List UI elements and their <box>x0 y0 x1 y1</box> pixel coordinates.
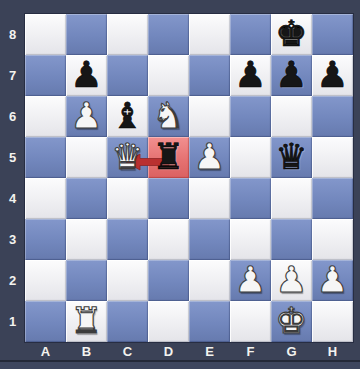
square-g2[interactable]: ♟ <box>271 260 312 301</box>
black-pawn[interactable]: ♟ <box>312 55 353 96</box>
square-d8[interactable] <box>148 14 189 55</box>
square-c2[interactable] <box>107 260 148 301</box>
square-e6[interactable] <box>189 96 230 137</box>
square-d1[interactable] <box>148 301 189 342</box>
square-c7[interactable] <box>107 55 148 96</box>
square-h4[interactable] <box>312 178 353 219</box>
black-king[interactable]: ♚ <box>271 14 312 55</box>
square-f6[interactable] <box>230 96 271 137</box>
square-b1[interactable]: ♜ <box>66 301 107 342</box>
rank-label-5: 5 <box>0 137 25 178</box>
square-g7[interactable]: ♟ <box>271 55 312 96</box>
square-b6[interactable]: ♟ <box>66 96 107 137</box>
square-a4[interactable] <box>25 178 66 219</box>
rank-label-7: 7 <box>0 55 25 96</box>
white-queen[interactable]: ♛ <box>107 137 148 178</box>
rank-label-2: 2 <box>0 260 25 301</box>
white-pawn[interactable]: ♟ <box>271 260 312 301</box>
rank-label-3: 3 <box>0 219 25 260</box>
square-f2[interactable]: ♟ <box>230 260 271 301</box>
square-h3[interactable] <box>312 219 353 260</box>
black-bishop[interactable]: ♝ <box>107 96 148 137</box>
rank-label-1: 1 <box>0 301 25 342</box>
rank-label-6: 6 <box>0 96 25 137</box>
square-h7[interactable]: ♟ <box>312 55 353 96</box>
square-e1[interactable] <box>189 301 230 342</box>
square-c8[interactable] <box>107 14 148 55</box>
square-d2[interactable] <box>148 260 189 301</box>
square-b2[interactable] <box>66 260 107 301</box>
file-label-c: C <box>107 343 148 360</box>
black-pawn[interactable]: ♟ <box>230 55 271 96</box>
white-king[interactable]: ♚ <box>271 301 312 342</box>
black-queen[interactable]: ♛ <box>271 137 312 178</box>
square-d4[interactable] <box>148 178 189 219</box>
square-c6[interactable]: ♝ <box>107 96 148 137</box>
file-label-h: H <box>312 343 353 360</box>
square-a3[interactable] <box>25 219 66 260</box>
file-label-e: E <box>189 343 230 360</box>
rank-label-4: 4 <box>0 178 25 219</box>
square-e2[interactable] <box>189 260 230 301</box>
square-f8[interactable] <box>230 14 271 55</box>
square-g6[interactable] <box>271 96 312 137</box>
square-g4[interactable] <box>271 178 312 219</box>
square-a1[interactable] <box>25 301 66 342</box>
white-pawn[interactable]: ♟ <box>230 260 271 301</box>
square-h2[interactable]: ♟ <box>312 260 353 301</box>
square-b4[interactable] <box>66 178 107 219</box>
rank-label-8: 8 <box>0 14 25 55</box>
square-b8[interactable] <box>66 14 107 55</box>
square-e7[interactable] <box>189 55 230 96</box>
square-f7[interactable]: ♟ <box>230 55 271 96</box>
file-label-a: A <box>25 343 66 360</box>
black-pawn[interactable]: ♟ <box>66 55 107 96</box>
square-g5[interactable]: ♛ <box>271 137 312 178</box>
file-labels: A B C D E F G H <box>25 343 353 360</box>
file-label-b: B <box>66 343 107 360</box>
square-g3[interactable] <box>271 219 312 260</box>
file-label-g: G <box>271 343 312 360</box>
square-h6[interactable] <box>312 96 353 137</box>
file-label-d: D <box>148 343 189 360</box>
square-e8[interactable] <box>189 14 230 55</box>
square-h5[interactable] <box>312 137 353 178</box>
chess-board[interactable]: ♚♟♟♟♟♟♝♞♛♜♟♛♟♟♟♜♚ <box>25 14 353 342</box>
square-c5[interactable]: ♛ <box>107 137 148 178</box>
square-c4[interactable] <box>107 178 148 219</box>
white-pawn[interactable]: ♟ <box>189 137 230 178</box>
square-h8[interactable] <box>312 14 353 55</box>
white-knight[interactable]: ♞ <box>148 96 189 137</box>
square-d5[interactable]: ♜ <box>148 137 189 178</box>
square-g1[interactable]: ♚ <box>271 301 312 342</box>
bottom-strip <box>0 362 360 369</box>
square-e5[interactable]: ♟ <box>189 137 230 178</box>
square-e3[interactable] <box>189 219 230 260</box>
rank-labels: 8 7 6 5 4 3 2 1 <box>0 14 25 342</box>
square-c3[interactable] <box>107 219 148 260</box>
black-pawn[interactable]: ♟ <box>271 55 312 96</box>
chess-app-window: 8 7 6 5 4 3 2 1 ♚♟♟♟♟♟♝♞♛♜♟♛♟♟♟♜♚ A B C … <box>0 0 360 369</box>
square-a6[interactable] <box>25 96 66 137</box>
square-d7[interactable] <box>148 55 189 96</box>
square-b3[interactable] <box>66 219 107 260</box>
square-g8[interactable]: ♚ <box>271 14 312 55</box>
square-h1[interactable] <box>312 301 353 342</box>
square-c1[interactable] <box>107 301 148 342</box>
square-d6[interactable]: ♞ <box>148 96 189 137</box>
square-d3[interactable] <box>148 219 189 260</box>
square-f3[interactable] <box>230 219 271 260</box>
file-label-f: F <box>230 343 271 360</box>
square-a5[interactable] <box>25 137 66 178</box>
square-a2[interactable] <box>25 260 66 301</box>
square-b5[interactable] <box>66 137 107 178</box>
square-a7[interactable] <box>25 55 66 96</box>
black-rook[interactable]: ♜ <box>148 137 189 178</box>
square-a8[interactable] <box>25 14 66 55</box>
white-rook[interactable]: ♜ <box>66 301 107 342</box>
square-b7[interactable]: ♟ <box>66 55 107 96</box>
square-f5[interactable] <box>230 137 271 178</box>
square-f4[interactable] <box>230 178 271 219</box>
white-pawn[interactable]: ♟ <box>66 96 107 137</box>
white-pawn[interactable]: ♟ <box>312 260 353 301</box>
square-e4[interactable] <box>189 178 230 219</box>
square-f1[interactable] <box>230 301 271 342</box>
